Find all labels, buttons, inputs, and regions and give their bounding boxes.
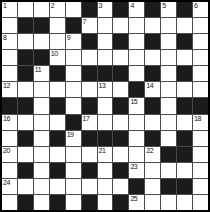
- cell-r2c12[interactable]: [177, 18, 192, 33]
- cell-r5c5[interactable]: [66, 66, 81, 81]
- cell-r6c7[interactable]: 13: [98, 82, 113, 97]
- cell-r1c2[interactable]: [18, 2, 33, 17]
- black-cell-r9c12: [177, 131, 192, 146]
- black-cell-r9c10: [145, 131, 160, 146]
- cell-r10c5[interactable]: [66, 147, 81, 162]
- cell-r7c5[interactable]: [66, 98, 81, 113]
- clue-number-3: 3: [99, 2, 102, 10]
- cell-r12c13[interactable]: [193, 179, 208, 194]
- cell-r11c3[interactable]: [34, 163, 49, 178]
- cell-r10c10[interactable]: 22: [145, 147, 160, 162]
- black-cell-r4c2: [18, 50, 33, 65]
- clue-number-22: 22: [146, 147, 153, 155]
- black-cell-r5c2: [18, 66, 33, 81]
- cell-r1c3[interactable]: [34, 2, 49, 17]
- cell-r4c8[interactable]: [113, 50, 128, 65]
- clue-number-9: 9: [67, 34, 70, 42]
- black-cell-r3c10: [145, 34, 160, 49]
- black-cell-r7c12: [177, 98, 192, 113]
- clue-number-11: 11: [35, 66, 41, 74]
- cell-r10c13[interactable]: [193, 147, 208, 162]
- cell-r6c2[interactable]: [18, 82, 33, 97]
- black-cell-r7c6: [82, 98, 97, 113]
- cell-r8c13[interactable]: 18: [193, 115, 208, 130]
- cell-r6c12[interactable]: [177, 82, 192, 97]
- cell-r10c7[interactable]: 21: [98, 147, 113, 162]
- black-cell-r1c10: [145, 2, 160, 17]
- black-cell-r7c10: [145, 98, 160, 113]
- cell-r9c1[interactable]: [2, 131, 17, 146]
- cell-r4c12[interactable]: [177, 50, 192, 65]
- cell-r1c13[interactable]: 6: [193, 2, 208, 17]
- cell-r6c10[interactable]: 14: [145, 82, 160, 97]
- clue-number-8: 8: [3, 34, 6, 42]
- clue-number-7: 7: [83, 18, 86, 26]
- cell-r6c4[interactable]: [50, 82, 65, 97]
- cell-r13c10[interactable]: [145, 195, 160, 210]
- cell-r11c12[interactable]: [177, 163, 192, 178]
- cell-r2c13[interactable]: [193, 18, 208, 33]
- clue-number-13: 13: [99, 82, 106, 90]
- cell-r9c9[interactable]: [129, 131, 144, 146]
- cell-r6c6[interactable]: [82, 82, 97, 97]
- black-cell-r13c4: [50, 195, 65, 210]
- cell-r4c10[interactable]: [145, 50, 160, 65]
- black-cell-r8c5: [66, 115, 81, 130]
- cell-r4c13[interactable]: [193, 50, 208, 65]
- cell-r5c3[interactable]: 11: [34, 66, 49, 81]
- cell-r12c5[interactable]: [66, 179, 81, 194]
- black-cell-r13c2: [18, 195, 33, 210]
- black-cell-r11c8: [113, 163, 128, 178]
- cell-r12c6[interactable]: [82, 179, 97, 194]
- clue-number-1: 1: [3, 2, 6, 10]
- black-cell-r5c12: [177, 66, 192, 81]
- cell-r13c5[interactable]: [66, 195, 81, 210]
- cell-r6c3[interactable]: [34, 82, 49, 97]
- cell-r8c2[interactable]: [18, 115, 33, 130]
- cell-r1c4[interactable]: 2: [50, 2, 65, 17]
- cell-r12c4[interactable]: [50, 179, 65, 194]
- cell-r4c11[interactable]: [161, 50, 176, 65]
- cell-r4c9[interactable]: [129, 50, 144, 65]
- cell-r9c13[interactable]: [193, 131, 208, 146]
- cell-r8c4[interactable]: [50, 115, 65, 130]
- black-cell-r9c4: [50, 131, 65, 146]
- cell-r8c1[interactable]: 16: [2, 115, 17, 130]
- clue-number-20: 20: [3, 147, 10, 155]
- cell-r8c12[interactable]: [177, 115, 192, 130]
- cell-r4c1[interactable]: [2, 50, 17, 65]
- cell-r2c8[interactable]: [113, 18, 128, 33]
- black-cell-r1c12: [177, 2, 192, 17]
- cell-r4c4[interactable]: 10: [50, 50, 65, 65]
- black-cell-r10c11: [161, 147, 176, 162]
- cell-r3c5[interactable]: 9: [66, 34, 81, 49]
- clue-number-10: 10: [51, 50, 58, 58]
- cell-r8c11[interactable]: [161, 115, 176, 130]
- cell-r6c11[interactable]: [161, 82, 176, 97]
- black-cell-r5c8: [113, 66, 128, 81]
- cell-r3c9[interactable]: [129, 34, 144, 49]
- cell-r5c13[interactable]: [193, 66, 208, 81]
- black-cell-r3c12: [177, 34, 192, 49]
- black-cell-r9c2: [18, 131, 33, 146]
- cell-r8c9[interactable]: [129, 115, 144, 130]
- black-cell-r6c9: [129, 82, 144, 97]
- cell-r1c7[interactable]: 3: [98, 2, 113, 17]
- cell-r2c10[interactable]: [145, 18, 160, 33]
- black-cell-r11c2: [18, 163, 33, 178]
- clue-number-14: 14: [146, 82, 153, 90]
- cell-r8c8[interactable]: [113, 115, 128, 130]
- black-cell-r12c11: [161, 179, 176, 194]
- cell-r2c6[interactable]: 7: [82, 18, 97, 33]
- cell-r12c10[interactable]: [145, 179, 160, 194]
- cell-r10c6[interactable]: [82, 147, 97, 162]
- black-cell-r7c1: [2, 98, 17, 113]
- cell-r6c1[interactable]: 12: [2, 82, 17, 97]
- cell-r10c3[interactable]: [34, 147, 49, 162]
- black-cell-r4c3: [34, 50, 49, 65]
- clue-number-6: 6: [194, 2, 197, 10]
- cell-r1c11[interactable]: 5: [161, 2, 176, 17]
- black-cell-r2c5: [66, 18, 81, 33]
- cell-r1c1[interactable]: 1: [2, 2, 17, 17]
- clue-number-25: 25: [130, 195, 137, 203]
- cell-r12c7[interactable]: [98, 179, 113, 194]
- black-cell-r9c8: [113, 131, 128, 146]
- cell-r10c1[interactable]: 20: [2, 147, 17, 162]
- cell-r12c8[interactable]: [113, 179, 128, 194]
- black-cell-r5c4: [50, 66, 65, 81]
- cell-r5c11[interactable]: [161, 66, 176, 81]
- cell-r3c2[interactable]: [18, 34, 33, 49]
- black-cell-r7c13: [193, 98, 208, 113]
- cell-r11c11[interactable]: [161, 163, 176, 178]
- cell-r2c11[interactable]: [161, 18, 176, 33]
- black-cell-r11c6: [82, 163, 97, 178]
- cell-r6c5[interactable]: [66, 82, 81, 97]
- cell-r3c1[interactable]: 8: [2, 34, 17, 49]
- clue-number-17: 17: [83, 115, 90, 123]
- cell-r7c11[interactable]: [161, 98, 176, 113]
- black-cell-r1c8: [113, 2, 128, 17]
- cell-r1c9[interactable]: 4: [129, 2, 144, 17]
- cell-r13c9[interactable]: 25: [129, 195, 144, 210]
- black-cell-r3c8: [113, 34, 128, 49]
- clue-number-18: 18: [194, 115, 201, 123]
- black-cell-r10c12: [177, 147, 192, 162]
- cell-r8c7[interactable]: [98, 115, 113, 130]
- cell-r10c9[interactable]: [129, 147, 144, 162]
- cell-r4c7[interactable]: [98, 50, 113, 65]
- cell-r7c9[interactable]: 15: [129, 98, 144, 113]
- cell-r11c10[interactable]: [145, 163, 160, 178]
- black-cell-r7c8: [113, 98, 128, 113]
- cell-r13c11[interactable]: [161, 195, 176, 210]
- cell-r3c3[interactable]: [34, 34, 49, 49]
- cell-r8c3[interactable]: [34, 115, 49, 130]
- cell-r2c7[interactable]: [98, 18, 113, 33]
- cell-r9c11[interactable]: [161, 131, 176, 146]
- black-cell-r2c3: [34, 18, 49, 33]
- cell-r3c11[interactable]: [161, 34, 176, 49]
- cell-r10c2[interactable]: [18, 147, 33, 162]
- cell-r8c10[interactable]: [145, 115, 160, 130]
- cell-r2c1[interactable]: [2, 18, 17, 33]
- clue-number-5: 5: [162, 2, 165, 10]
- cell-r2c9[interactable]: [129, 18, 144, 33]
- cell-r12c1[interactable]: 24: [2, 179, 17, 194]
- cell-r11c9[interactable]: 23: [129, 163, 144, 178]
- clue-number-2: 2: [51, 2, 54, 10]
- black-cell-r5c6: [82, 66, 97, 81]
- black-cell-r2c2: [18, 18, 33, 33]
- clue-number-12: 12: [3, 82, 10, 90]
- cell-r11c5[interactable]: [66, 163, 81, 178]
- cell-r6c8[interactable]: [113, 82, 128, 97]
- clue-number-4: 4: [130, 2, 133, 10]
- black-cell-r11c4: [50, 163, 65, 178]
- black-cell-r12c12: [177, 179, 192, 194]
- black-cell-r13c8: [113, 195, 128, 210]
- cell-r11c7[interactable]: [98, 163, 113, 178]
- black-cell-r7c4: [50, 98, 65, 113]
- cell-r13c7[interactable]: [98, 195, 113, 210]
- clue-number-16: 16: [3, 115, 10, 123]
- cell-r12c3[interactable]: [34, 179, 49, 194]
- cell-r12c2[interactable]: [18, 179, 33, 194]
- clue-number-21: 21: [99, 147, 106, 155]
- black-cell-r5c7: [98, 66, 113, 81]
- clue-number-19: 19: [67, 131, 74, 139]
- cell-r13c13[interactable]: [193, 195, 208, 210]
- cell-r9c5[interactable]: 19: [66, 131, 81, 146]
- cell-r10c8[interactable]: [113, 147, 128, 162]
- cell-r6c13[interactable]: [193, 82, 208, 97]
- black-cell-r5c10: [145, 66, 160, 81]
- cell-r1c5[interactable]: [66, 2, 81, 17]
- black-cell-r9c6: [82, 131, 97, 146]
- cell-r4c6[interactable]: [82, 50, 97, 65]
- cell-r9c3[interactable]: [34, 131, 49, 146]
- cell-r2c4[interactable]: [50, 18, 65, 33]
- crossword-puzzle: 1234567891011121314151617181920212223242…: [0, 0, 210, 212]
- black-cell-r1c6: [82, 2, 97, 17]
- cell-r7c7[interactable]: [98, 98, 113, 113]
- black-cell-r13c6: [82, 195, 97, 210]
- cell-r13c3[interactable]: [34, 195, 49, 210]
- black-cell-r9c7: [98, 131, 113, 146]
- clue-number-15: 15: [130, 98, 137, 106]
- cell-r5c9[interactable]: [129, 66, 144, 81]
- cell-r11c1[interactable]: [2, 163, 17, 178]
- clue-number-24: 24: [3, 179, 10, 187]
- crossword-board: 1234567891011121314151617181920212223242…: [0, 0, 210, 212]
- cell-r13c1[interactable]: [2, 195, 17, 210]
- cell-r10c4[interactable]: [50, 147, 65, 162]
- cell-r5c1[interactable]: [2, 66, 17, 81]
- black-cell-r3c6: [82, 34, 97, 49]
- cell-r8c6[interactable]: 17: [82, 115, 97, 130]
- black-cell-r7c2: [18, 98, 33, 113]
- cell-r3c13[interactable]: [193, 34, 208, 49]
- cell-r3c7[interactable]: [98, 34, 113, 49]
- cell-r3c4[interactable]: [50, 34, 65, 49]
- cell-r11c13[interactable]: [193, 163, 208, 178]
- black-cell-r12c9: [129, 179, 144, 194]
- cell-r4c5[interactable]: [66, 50, 81, 65]
- cell-r7c3[interactable]: [34, 98, 49, 113]
- cell-r13c12[interactable]: [177, 195, 192, 210]
- clue-number-23: 23: [130, 163, 137, 171]
